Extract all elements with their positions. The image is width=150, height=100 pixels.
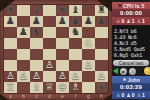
square-h6[interactable] — [95, 27, 108, 38]
square-c6[interactable]: ♞ — [30, 27, 43, 38]
square-a7[interactable]: ♟ — [4, 16, 17, 27]
square-a4[interactable] — [4, 49, 17, 60]
player-name: John — [128, 77, 140, 83]
square-b2[interactable]: ♙ — [17, 71, 30, 82]
square-b6[interactable]: ♟ — [17, 27, 30, 38]
black-knight-piece[interactable]: ♞ — [69, 26, 82, 38]
square-e7[interactable]: ♟ — [56, 16, 69, 27]
chess-app-window: ♜♝♚♝♜♟♟♟♟♟♟♟♞♞♘♙♙♙♙♙♙♙♙♖♗♕♔♗♛ abcdefgh ★… — [0, 0, 150, 100]
file-label-g: g — [82, 93, 95, 100]
player-panel: ★ John 0:03:29 ♙0♟0♙1 — [112, 76, 150, 99]
square-g5[interactable]: ♘ — [82, 38, 95, 49]
chess-board[interactable]: ♜♝♚♝♜♟♟♟♟♟♟♟♞♞♘♙♙♙♙♙♙♙♙♖♗♕♔♗♛ — [4, 5, 108, 93]
draws-icon: ♟ — [126, 17, 130, 25]
square-e1[interactable]: ♔ — [56, 82, 69, 93]
square-e4[interactable] — [56, 49, 69, 60]
black-pawn-piece[interactable]: ♟ — [17, 26, 30, 38]
losses-icon: ♙ — [137, 17, 141, 25]
losses-icon: ♙ — [137, 91, 141, 99]
square-e5[interactable] — [56, 38, 69, 49]
black-pawn-piece[interactable]: ♟ — [4, 15, 17, 27]
square-h5[interactable] — [95, 38, 108, 49]
square-e6[interactable] — [56, 27, 69, 38]
square-b5[interactable] — [17, 38, 30, 49]
square-d3[interactable]: ♙ — [43, 60, 56, 71]
cpu-name: CPU lv. 5 — [123, 3, 144, 9]
move-line: 6.Ng5 Qxh1 — [114, 52, 148, 58]
square-a5[interactable] — [4, 38, 17, 49]
file-label-e: e — [56, 93, 69, 100]
white-pawn-piece[interactable]: ♙ — [43, 59, 56, 71]
square-d6[interactable] — [43, 27, 56, 38]
white-pawn-piece[interactable]: ♙ — [17, 70, 30, 82]
white-bishop-piece[interactable]: ♗ — [30, 81, 43, 93]
menu-icon[interactable]: ≡ — [129, 68, 136, 75]
coin-icon[interactable] — [144, 67, 150, 75]
white-rook-piece[interactable]: ♖ — [4, 81, 17, 93]
cpu-star-icon: ★ — [118, 2, 122, 9]
square-a1[interactable]: ♖ — [4, 82, 17, 93]
sidebar: ★ CPU lv. 5 0:00:00 ♙0♟1♙1 2.Nf3 b63.d3 … — [112, 0, 150, 100]
wins-icon: ♙ — [116, 91, 120, 99]
black-pawn-piece[interactable]: ♟ — [56, 15, 69, 27]
white-bishop-piece[interactable]: ♗ — [69, 81, 82, 93]
cpu-timer: 0:00:00 — [112, 9, 150, 17]
chess-board-area: ♜♝♚♝♜♟♟♟♟♟♟♟♞♞♘♙♙♙♙♙♙♙♙♖♗♕♔♗♛ abcdefgh — [0, 0, 112, 100]
square-b4[interactable] — [17, 49, 30, 60]
square-c1[interactable]: ♗ — [30, 82, 43, 93]
square-f5[interactable] — [69, 38, 82, 49]
stat-value: 1 — [142, 92, 145, 98]
cpu-stats: ♙0♟1♙1 — [112, 17, 150, 25]
move-list[interactable]: 2.Nf3 b63.d3 Nc64.Nc3 d55.Nxd5 Qxd56.Ng5… — [112, 26, 150, 59]
file-label-b: b — [17, 93, 30, 100]
black-pawn-piece[interactable]: ♟ — [82, 15, 95, 27]
square-h1[interactable]: ♛ — [95, 82, 108, 93]
square-f1[interactable]: ♗ — [69, 82, 82, 93]
square-g1[interactable] — [82, 82, 95, 93]
square-d7[interactable] — [43, 16, 56, 27]
stat-value: 1 — [142, 18, 145, 24]
square-b8[interactable] — [17, 5, 30, 16]
black-queen-piece[interactable]: ♛ — [95, 81, 108, 93]
file-labels: abcdefgh — [4, 93, 108, 100]
square-c5[interactable] — [30, 38, 43, 49]
cpu-panel: ★ CPU lv. 5 0:00:00 ♙0♟1♙1 — [112, 2, 150, 25]
file-label-c: c — [30, 93, 43, 100]
square-g3[interactable]: ♙ — [82, 60, 95, 71]
draws-icon: ♟ — [126, 91, 130, 99]
player-star-icon: ★ — [122, 76, 126, 83]
wins-icon: ♙ — [116, 17, 120, 25]
square-d1[interactable]: ♕ — [43, 82, 56, 93]
square-h7[interactable]: ♟ — [95, 16, 108, 27]
square-f4[interactable] — [69, 49, 82, 60]
file-label-d: d — [43, 93, 56, 100]
white-king-piece[interactable]: ♔ — [56, 81, 69, 93]
back-arrow-icon[interactable] — [113, 68, 118, 74]
square-b1[interactable] — [17, 82, 30, 93]
square-a6[interactable] — [4, 27, 17, 38]
stat-value: 0 — [132, 92, 135, 98]
white-knight-piece[interactable]: ♘ — [82, 37, 95, 49]
player-stats: ♙0♟0♙1 — [112, 91, 150, 99]
nav-toolbar: ▶≡ — [112, 66, 150, 76]
stat-value: 0 — [122, 92, 125, 98]
white-queen-piece[interactable]: ♕ — [43, 81, 56, 93]
square-c4[interactable] — [30, 49, 43, 60]
stat-value: 1 — [132, 18, 135, 24]
stat-value: 0 — [122, 18, 125, 24]
square-h4[interactable] — [95, 49, 108, 60]
square-f6[interactable]: ♞ — [69, 27, 82, 38]
square-g2[interactable] — [82, 71, 95, 82]
player-timer: 0:03:29 — [112, 83, 150, 91]
square-g7[interactable]: ♟ — [82, 16, 95, 27]
square-d8[interactable] — [43, 5, 56, 16]
forward-arrow-icon[interactable]: ▶ — [120, 68, 127, 75]
black-knight-piece[interactable]: ♞ — [30, 26, 43, 38]
file-label-f: f — [69, 93, 82, 100]
white-pawn-piece[interactable]: ♙ — [82, 59, 95, 71]
black-pawn-piece[interactable]: ♟ — [95, 15, 108, 27]
square-d5[interactable] — [43, 38, 56, 49]
